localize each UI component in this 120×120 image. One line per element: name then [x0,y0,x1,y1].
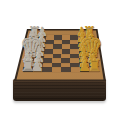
board-case [13,79,106,101]
square-d4 [53,54,62,59]
piece-black-pawn: ♟ [78,59,91,74]
square-e5 [62,49,71,54]
square-h4 [54,35,62,40]
square-e4 [53,49,62,54]
square-g4 [54,40,62,45]
square-h5 [62,35,70,40]
piece-white-rook: ♜ [20,57,35,74]
chess-set-photo: ♜♞♝♛♚♝♞♜♟♟♟♟♟♟♟♟♟♟♟♟♟♟♟♟♜♞♝♛♚♝♞♜ [0,0,120,120]
square-c4 [52,58,61,63]
square-g5 [62,40,70,45]
square-c5 [61,58,70,63]
square-b5 [61,63,70,68]
square-f4 [53,44,61,49]
square-b4 [52,63,61,68]
square-d5 [61,54,70,59]
square-f5 [62,44,70,49]
square-a4 [52,67,61,72]
square-a5 [61,67,70,72]
